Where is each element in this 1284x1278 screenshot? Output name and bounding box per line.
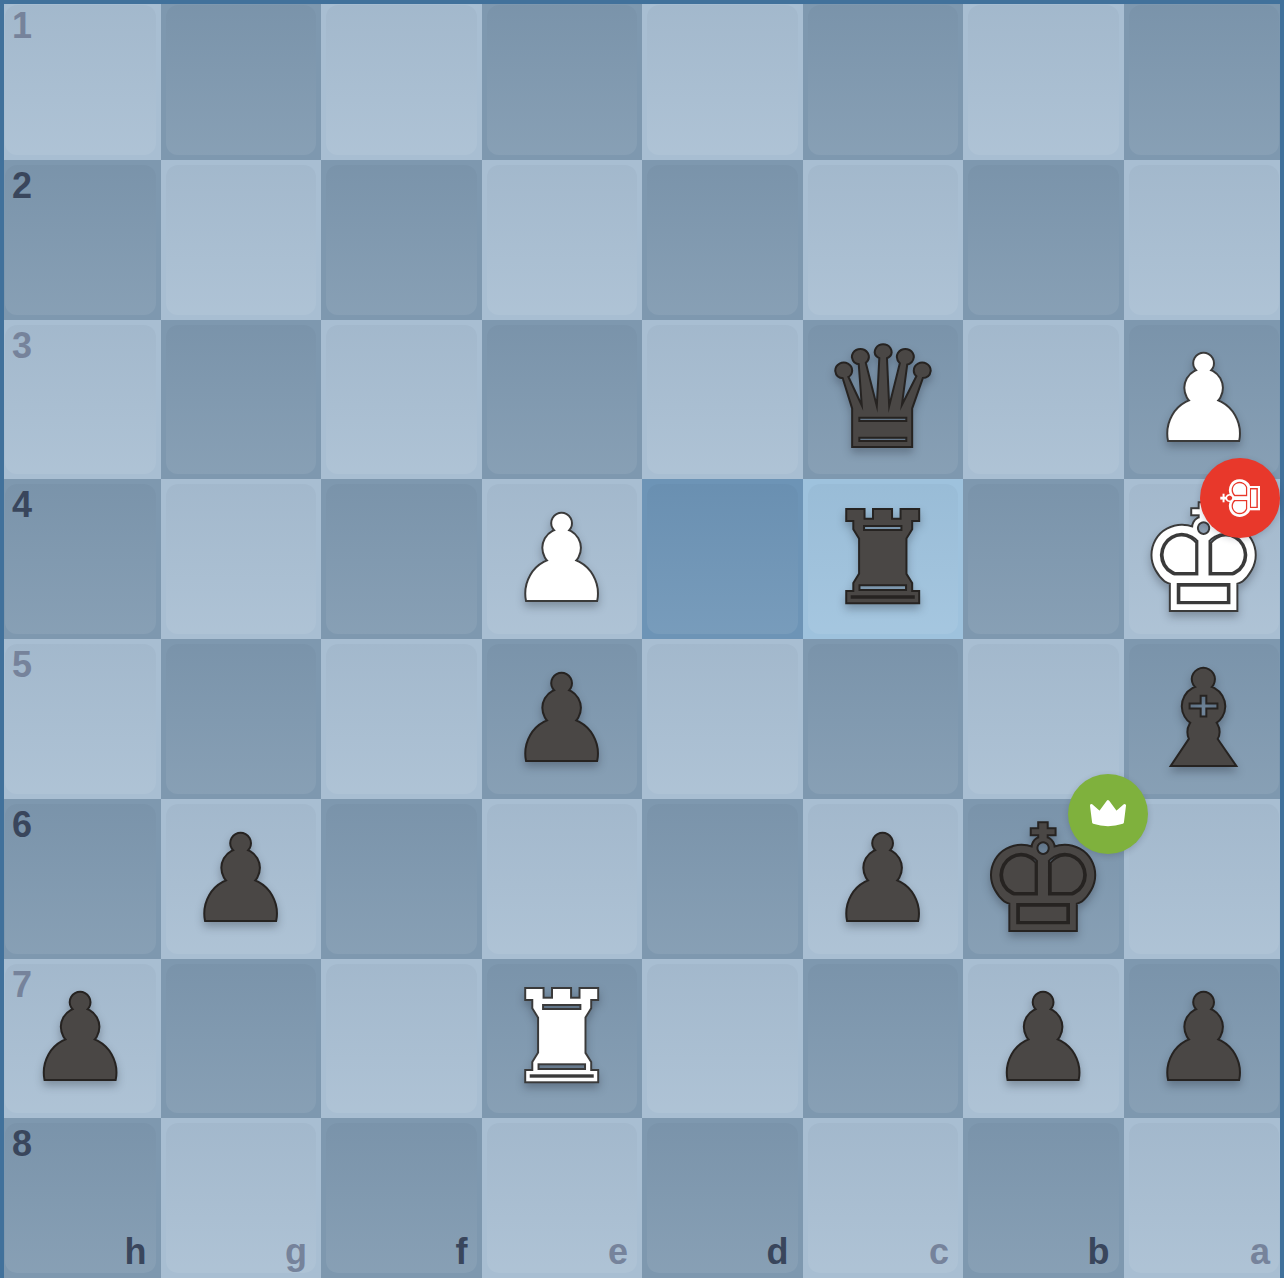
square-g7[interactable] xyxy=(161,959,322,1119)
square-f6[interactable] xyxy=(321,799,482,959)
square-a5[interactable]: ♝ xyxy=(1124,639,1284,799)
square-f2[interactable] xyxy=(321,160,482,320)
square-e5[interactable]: ♟ xyxy=(482,639,643,799)
file-label-a: a xyxy=(1250,1234,1270,1270)
square-g6[interactable]: ♟ xyxy=(161,799,322,959)
square-a8[interactable]: a xyxy=(1124,1118,1284,1278)
square-c7[interactable] xyxy=(803,959,964,1119)
file-label-h: h xyxy=(125,1234,147,1270)
black-pawn-h7[interactable]: ♟ xyxy=(0,959,161,1119)
square-b8[interactable]: b xyxy=(963,1118,1124,1278)
winner-badge xyxy=(1068,774,1148,854)
square-h1[interactable]: 1 xyxy=(0,0,161,160)
square-f5[interactable] xyxy=(321,639,482,799)
square-b1[interactable] xyxy=(963,0,1124,160)
file-label-e: e xyxy=(608,1234,628,1270)
square-d2[interactable] xyxy=(642,160,803,320)
square-a2[interactable] xyxy=(1124,160,1284,320)
file-label-c: c xyxy=(929,1234,949,1270)
square-d4[interactable] xyxy=(642,479,803,639)
file-label-g: g xyxy=(285,1234,307,1270)
square-f3[interactable] xyxy=(321,320,482,480)
square-c6[interactable]: ♟ xyxy=(803,799,964,959)
square-g4[interactable] xyxy=(161,479,322,639)
rank-label-3: 3 xyxy=(12,328,32,364)
black-pawn-a7[interactable]: ♟ xyxy=(1124,959,1284,1119)
rank-label-5: 5 xyxy=(12,647,32,683)
square-b7[interactable]: ♟ xyxy=(963,959,1124,1119)
square-b4[interactable] xyxy=(963,479,1124,639)
square-e8[interactable]: e xyxy=(482,1118,643,1278)
square-a7[interactable]: ♟ xyxy=(1124,959,1284,1119)
crown-icon xyxy=(1085,791,1131,837)
white-rook-e7[interactable]: ♜ xyxy=(482,959,643,1119)
square-e3[interactable] xyxy=(482,320,643,480)
square-f8[interactable]: f xyxy=(321,1118,482,1278)
square-g8[interactable]: g xyxy=(161,1118,322,1278)
square-e1[interactable] xyxy=(482,0,643,160)
square-d8[interactable]: d xyxy=(642,1118,803,1278)
square-a1[interactable] xyxy=(1124,0,1284,160)
square-e4[interactable]: ♟ xyxy=(482,479,643,639)
square-d3[interactable] xyxy=(642,320,803,480)
file-label-b: b xyxy=(1088,1234,1110,1270)
rank-label-2: 2 xyxy=(12,168,32,204)
square-f1[interactable] xyxy=(321,0,482,160)
rank-label-1: 1 xyxy=(12,8,32,44)
square-d1[interactable] xyxy=(642,0,803,160)
square-e7[interactable]: ♜ xyxy=(482,959,643,1119)
rank-label-4: 4 xyxy=(12,487,32,523)
fallen-king-icon: ♚ xyxy=(1215,474,1269,522)
square-h3[interactable]: 3 xyxy=(0,320,161,480)
square-c1[interactable] xyxy=(803,0,964,160)
square-c8[interactable]: c xyxy=(803,1118,964,1278)
square-e6[interactable] xyxy=(482,799,643,959)
black-queen-c3[interactable]: ♛ xyxy=(803,320,964,480)
square-h5[interactable]: 5 xyxy=(0,639,161,799)
square-h2[interactable]: 2 xyxy=(0,160,161,320)
square-d5[interactable] xyxy=(642,639,803,799)
square-g3[interactable] xyxy=(161,320,322,480)
square-f4[interactable] xyxy=(321,479,482,639)
rank-label-6: 6 xyxy=(12,807,32,843)
black-rook-c4[interactable]: ♜ xyxy=(803,479,964,639)
square-h6[interactable]: 6 xyxy=(0,799,161,959)
black-bishop-a5[interactable]: ♝ xyxy=(1124,639,1284,799)
black-pawn-g6[interactable]: ♟ xyxy=(161,799,322,959)
square-g1[interactable] xyxy=(161,0,322,160)
rank-label-8: 8 xyxy=(12,1126,32,1162)
square-f7[interactable] xyxy=(321,959,482,1119)
white-pawn-e4[interactable]: ♟ xyxy=(482,479,643,639)
file-label-f: f xyxy=(456,1234,468,1270)
square-c2[interactable] xyxy=(803,160,964,320)
square-d7[interactable] xyxy=(642,959,803,1119)
square-b2[interactable] xyxy=(963,160,1124,320)
black-pawn-e5[interactable]: ♟ xyxy=(482,639,643,799)
square-b3[interactable] xyxy=(963,320,1124,480)
square-d6[interactable] xyxy=(642,799,803,959)
white-pawn-a3[interactable]: ♟ xyxy=(1124,320,1284,480)
square-c3[interactable]: ♛ xyxy=(803,320,964,480)
checkmate-badge: ♚ xyxy=(1200,458,1280,538)
square-h4[interactable]: 4 xyxy=(0,479,161,639)
square-h7[interactable]: 7♟ xyxy=(0,959,161,1119)
chess-board: 123♛♟4♟♜♚5♟♝6♟♟♚7♟♜♟♟8hgfedcba xyxy=(0,0,1284,1278)
square-e2[interactable] xyxy=(482,160,643,320)
black-pawn-c6[interactable]: ♟ xyxy=(803,799,964,959)
square-g5[interactable] xyxy=(161,639,322,799)
square-g2[interactable] xyxy=(161,160,322,320)
square-h8[interactable]: 8h xyxy=(0,1118,161,1278)
square-c5[interactable] xyxy=(803,639,964,799)
square-a6[interactable] xyxy=(1124,799,1284,959)
file-label-d: d xyxy=(767,1234,789,1270)
black-pawn-b7[interactable]: ♟ xyxy=(963,959,1124,1119)
square-a3[interactable]: ♟ xyxy=(1124,320,1284,480)
chess-board-screen: 123♛♟4♟♜♚5♟♝6♟♟♚7♟♜♟♟8hgfedcba ♚ xyxy=(0,0,1284,1278)
square-c4[interactable]: ♜ xyxy=(803,479,964,639)
